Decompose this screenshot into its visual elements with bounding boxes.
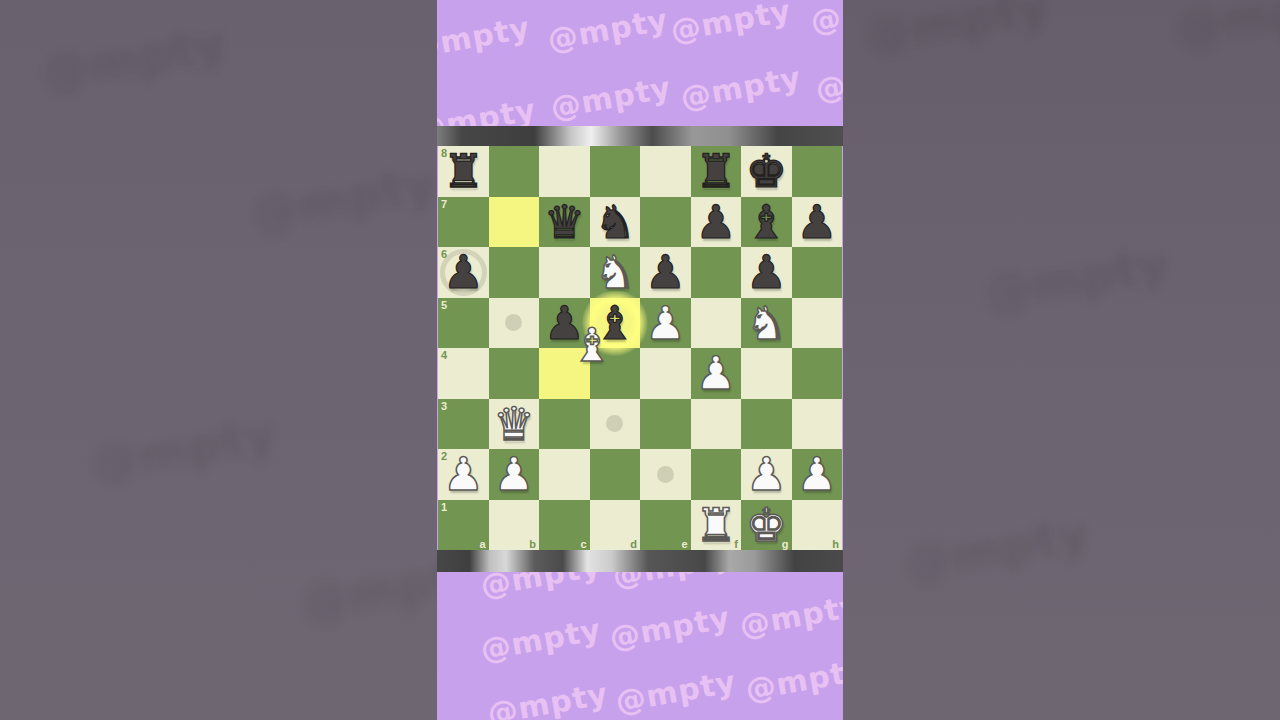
square-b8[interactable] — [489, 146, 540, 197]
square-h1[interactable]: h — [792, 500, 843, 551]
square-e3[interactable] — [640, 399, 691, 450]
square-a7[interactable]: 7 — [438, 197, 489, 248]
watermark-text: @mpty — [478, 612, 604, 668]
square-b2[interactable]: ♟ — [489, 449, 540, 500]
watermark-text: @mpty — [607, 600, 733, 656]
square-f7[interactable]: ♟ — [691, 197, 742, 248]
white-pawn-e5[interactable]: ♟ — [640, 298, 691, 349]
video-content: @mpty@mpty@mpty@mpty@mpty@mpty@mpty@mpty… — [437, 0, 843, 720]
square-g8[interactable]: ♚ — [741, 146, 792, 197]
square-f6[interactable] — [691, 247, 742, 298]
file-label-f: f — [734, 538, 738, 550]
square-c6[interactable] — [539, 247, 590, 298]
square-e8[interactable] — [640, 146, 691, 197]
square-h7[interactable]: ♟ — [792, 197, 843, 248]
square-g1[interactable]: g♚ — [741, 500, 792, 551]
square-b1[interactable]: b — [489, 500, 540, 551]
square-c2[interactable] — [539, 449, 590, 500]
black-bishop-g7[interactable]: ♝ — [741, 197, 792, 248]
square-f4[interactable]: ♟ — [691, 348, 742, 399]
square-d8[interactable] — [590, 146, 641, 197]
square-g6[interactable]: ♟ — [741, 247, 792, 298]
watermark-text: @mpty — [678, 60, 804, 116]
file-label-h: h — [832, 538, 839, 550]
square-g2[interactable]: ♟ — [741, 449, 792, 500]
letterbox-bar-top — [437, 126, 843, 146]
square-f2[interactable] — [691, 449, 742, 500]
square-d6[interactable]: ♞ — [590, 247, 641, 298]
rank-label-7: 7 — [441, 198, 447, 210]
square-b7[interactable] — [489, 197, 540, 248]
watermark-text: @mpty — [437, 10, 533, 66]
blur-pillar-right: @mpty@mpty@mpty@mpty — [843, 0, 1280, 720]
move-hint-dot-d3[interactable] — [606, 415, 623, 432]
square-f8[interactable]: ♜ — [691, 146, 742, 197]
white-pawn-h2[interactable]: ♟ — [792, 449, 843, 500]
black-pawn-f7[interactable]: ♟ — [691, 197, 742, 248]
white-knight-g5[interactable]: ♞ — [741, 298, 792, 349]
square-d7[interactable]: ♞ — [590, 197, 641, 248]
file-label-g: g — [782, 538, 789, 550]
watermark-text: @mpty — [247, 154, 437, 242]
file-label-d: d — [630, 538, 637, 550]
chess-board: 8♜♜♚7♛♞♟♝♟6♟♞♟♟5♟♝♟♞4♟3♛2♟♟♟♟1abcdef♜g♚h… — [438, 146, 842, 550]
square-a3[interactable]: 3 — [438, 399, 489, 450]
move-hint-dot-e2[interactable] — [657, 466, 674, 483]
square-f1[interactable]: f♜ — [691, 500, 742, 551]
square-g3[interactable] — [741, 399, 792, 450]
white-pawn-g2[interactable]: ♟ — [741, 449, 792, 500]
watermark-text: @mpty — [980, 234, 1173, 322]
square-c1[interactable]: c — [539, 500, 590, 551]
watermark-overlay-top: @mpty@mpty@mpty@mpty@mpty@mpty@mpty@mpty — [437, 0, 843, 126]
square-a8[interactable]: 8♜ — [438, 146, 489, 197]
square-h4[interactable] — [792, 348, 843, 399]
black-queen-c7[interactable]: ♛ — [539, 197, 590, 248]
white-bishop-moving[interactable]: ♝ — [567, 320, 618, 371]
watermark-text: @mpty — [737, 588, 843, 644]
square-h5[interactable] — [792, 298, 843, 349]
square-d1[interactable]: d — [590, 500, 641, 551]
square-e2[interactable] — [640, 449, 691, 500]
square-e1[interactable]: e — [640, 500, 691, 551]
video-frame: @mpty@mpty@mpty@mpty @mpty@mpty@mpty@mpt… — [0, 0, 1280, 720]
rank-label-4: 4 — [441, 349, 447, 361]
square-d3[interactable] — [590, 399, 641, 450]
rank-label-8: 8 — [441, 147, 447, 159]
watermark-text: @mpty — [478, 572, 604, 603]
square-b3[interactable]: ♛ — [489, 399, 540, 450]
square-b6[interactable] — [489, 247, 540, 298]
white-queen-b3[interactable]: ♛ — [489, 399, 540, 450]
file-label-b: b — [529, 538, 536, 550]
square-a6[interactable]: 6♟ — [438, 247, 489, 298]
watermark-overlay-bottom: @mpty@mpty@mpty@mpty@mpty@mpty@mpty@mpty — [437, 572, 843, 720]
white-knight-d6[interactable]: ♞ — [590, 247, 641, 298]
square-e4[interactable] — [640, 348, 691, 399]
rank-label-1: 1 — [441, 501, 447, 513]
square-e6[interactable]: ♟ — [640, 247, 691, 298]
square-d2[interactable] — [590, 449, 641, 500]
watermark-text: @mpty — [37, 14, 230, 102]
black-pawn-g6[interactable]: ♟ — [741, 247, 792, 298]
file-label-e: e — [681, 538, 687, 550]
white-pawn-b2[interactable]: ♟ — [489, 449, 540, 500]
watermark-text: @mpty — [613, 664, 739, 720]
rank-label-5: 5 — [441, 299, 447, 311]
blur-pillar-left: @mpty@mpty@mpty@mpty — [0, 0, 437, 720]
black-pawn-h7[interactable]: ♟ — [792, 197, 843, 248]
watermark-text: @mpty — [860, 0, 1053, 64]
black-pawn-e6[interactable]: ♟ — [640, 247, 691, 298]
watermark-text: @mpty — [813, 52, 843, 108]
square-f3[interactable] — [691, 399, 742, 450]
watermark-text: @mpty — [808, 0, 843, 39]
square-b4[interactable] — [489, 348, 540, 399]
watermark-text: @mpty — [900, 504, 1093, 592]
square-a5[interactable]: 5 — [438, 298, 489, 349]
square-a1[interactable]: 1a — [438, 500, 489, 551]
square-g7[interactable]: ♝ — [741, 197, 792, 248]
square-a2[interactable]: 2♟ — [438, 449, 489, 500]
file-label-c: c — [580, 538, 586, 550]
watermark-text: @mpty — [437, 92, 539, 126]
square-g5[interactable]: ♞ — [741, 298, 792, 349]
watermark-text: @mpty — [548, 70, 674, 126]
square-c3[interactable] — [539, 399, 590, 450]
letterbox-bar-bottom — [437, 550, 843, 572]
rank-label-6: 6 — [441, 248, 447, 260]
watermark-text: @mpty — [668, 0, 794, 48]
black-knight-d7[interactable]: ♞ — [590, 197, 641, 248]
move-hint-dot-b5[interactable] — [505, 314, 522, 331]
square-g4[interactable] — [741, 348, 792, 399]
watermark-text: @mpty — [1170, 0, 1280, 58]
watermark-text: @mpty — [297, 544, 437, 632]
square-a4[interactable]: 4 — [438, 348, 489, 399]
square-e5[interactable]: ♟ — [640, 298, 691, 349]
square-b5[interactable] — [489, 298, 540, 349]
watermark-text: @mpty — [485, 676, 611, 720]
square-h8[interactable] — [792, 146, 843, 197]
rank-label-3: 3 — [441, 400, 447, 412]
black-rook-f8[interactable]: ♜ — [691, 146, 742, 197]
white-pawn-f4[interactable]: ♟ — [691, 348, 742, 399]
black-king-g8[interactable]: ♚ — [741, 146, 792, 197]
square-h2[interactable]: ♟ — [792, 449, 843, 500]
file-label-a: a — [479, 538, 485, 550]
watermark-text: @mpty — [610, 572, 736, 593]
square-c8[interactable] — [539, 146, 590, 197]
watermark-text: @mpty — [743, 652, 843, 708]
watermark-text: @mpty — [87, 404, 280, 492]
square-c7[interactable]: ♛ — [539, 197, 590, 248]
watermark-text: @mpty — [545, 2, 671, 58]
square-h3[interactable] — [792, 399, 843, 450]
square-f5[interactable] — [691, 298, 742, 349]
rank-label-2: 2 — [441, 450, 447, 462]
square-h6[interactable] — [792, 247, 843, 298]
square-e7[interactable] — [640, 197, 691, 248]
